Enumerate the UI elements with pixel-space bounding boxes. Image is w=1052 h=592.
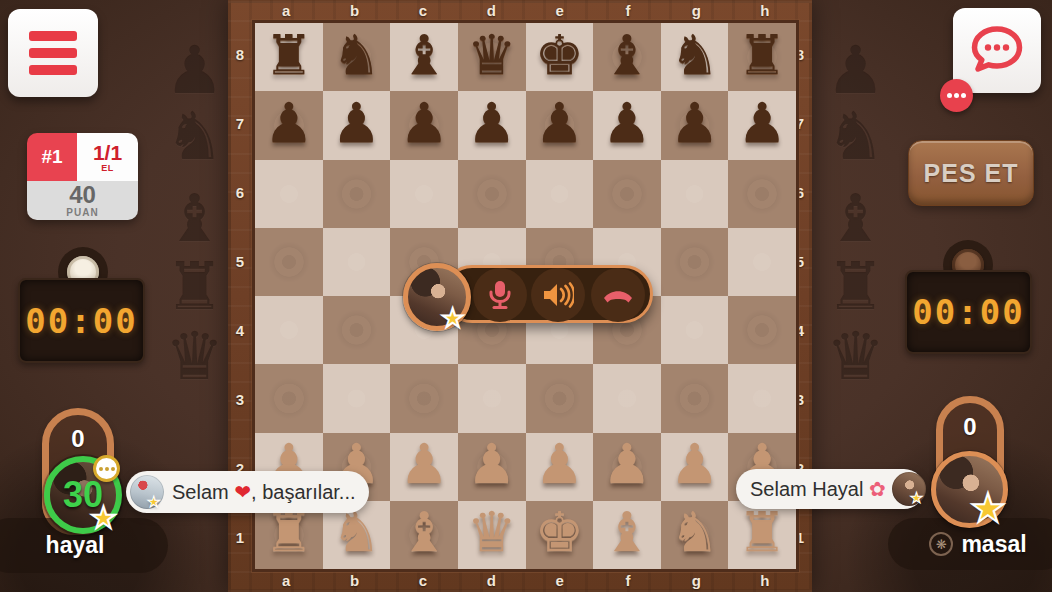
hamburger-icon [29,65,77,75]
mini-avatar: ★ [130,475,164,509]
square-g1[interactable]: ♞ [661,501,729,569]
black-king-piece[interactable]: ♚ [535,28,584,83]
rook-silhouette-icon: ♜ [826,254,885,320]
round-counter: 1/1 [93,142,122,163]
file-label: e [526,572,594,590]
ellipsis-icon [947,93,952,98]
square-a4[interactable] [255,296,323,364]
square-f3[interactable] [593,364,661,432]
chat-message: Selam Hayal ✿ [750,477,886,501]
file-label: g [662,2,730,20]
file-labels-bottom: abcdefgh [252,572,799,590]
bishop-silhouette-icon: ♝ [165,186,224,252]
points-unit: PUAN [66,207,98,218]
square-c6[interactable] [390,160,458,228]
square-g6[interactable] [661,160,729,228]
file-labels-top: abcdefgh [252,2,799,20]
square-g5[interactable] [661,228,729,296]
star-icon: ★ [441,305,464,331]
file-label: h [731,572,799,590]
file-label: b [320,2,388,20]
star-icon: ★ [910,491,923,506]
square-a7[interactable]: ♟ [255,91,323,159]
file-label: c [389,2,457,20]
black-pawn-piece[interactable]: ♟ [738,96,787,151]
square-d7[interactable]: ♟ [458,91,526,159]
left-player-name: hayal [46,532,105,559]
speaker-button[interactable] [531,268,585,322]
hang-up-button[interactable] [591,268,645,322]
square-c8[interactable]: ♝ [390,23,458,91]
rank-label: 1 [230,503,250,572]
right-player-name: masal [961,531,1026,558]
chat-button[interactable] [953,8,1041,93]
square-g4[interactable] [661,296,729,364]
file-label: e [526,2,594,20]
white-pawn-piece[interactable]: ♟ [670,437,719,492]
white-knight-piece[interactable]: ♞ [670,505,719,560]
square-c1[interactable]: ♝ [390,501,458,569]
black-knight-piece[interactable]: ♞ [670,28,719,83]
square-g3[interactable] [661,364,729,432]
square-g2[interactable]: ♟ [661,433,729,501]
square-e7[interactable]: ♟ [526,91,594,159]
square-f1[interactable]: ♝ [593,501,661,569]
speaker-icon [542,281,574,309]
black-pawn-piece[interactable]: ♟ [602,96,651,151]
hamburger-icon [29,48,77,58]
square-h1[interactable]: ♜ [728,501,796,569]
white-pawn-piece[interactable]: ♟ [399,437,448,492]
game-screen: ♟♞♝♜♛ ♟♞♝♜♛ abcdefgh abcdefgh 87654321 8… [0,0,1052,592]
bishop-silhouette-icon: ♝ [826,186,885,252]
black-pawn-piece[interactable]: ♟ [399,96,448,151]
square-d6[interactable] [458,160,526,228]
heart-emoji: ❤ [234,480,251,504]
square-b6[interactable] [323,160,391,228]
square-d3[interactable] [458,364,526,432]
square-d8[interactable]: ♛ [458,23,526,91]
square-b8[interactable]: ♞ [323,23,391,91]
white-pawn-piece[interactable]: ♟ [535,437,584,492]
square-b5[interactable] [323,228,391,296]
file-label: f [594,572,662,590]
black-bishop-piece[interactable]: ♝ [602,28,651,83]
black-rook-piece[interactable]: ♜ [738,28,787,83]
rook-silhouette-icon: ♜ [165,254,224,320]
square-h4[interactable] [728,296,796,364]
square-h7[interactable]: ♟ [728,91,796,159]
left-player-score: 0 [49,425,107,453]
white-queen-piece[interactable]: ♛ [467,505,516,560]
file-label: h [731,2,799,20]
file-label: c [389,572,457,590]
black-pawn-piece[interactable]: ♟ [535,96,584,151]
pawn-silhouette-icon: ♟ [826,38,885,104]
square-b3[interactable] [323,364,391,432]
square-a5[interactable] [255,228,323,296]
resign-button[interactable]: PES ET [908,140,1034,206]
microphone-icon [487,280,513,310]
black-clock: 00:00 [905,270,1032,354]
square-e8[interactable]: ♚ [526,23,594,91]
square-f2[interactable]: ♟ [593,433,661,501]
black-knight-piece[interactable]: ♞ [332,28,381,83]
square-g7[interactable]: ♟ [661,91,729,159]
chat-bubble-icon [970,25,1024,77]
right-player-score: 0 [943,413,997,441]
square-c3[interactable] [390,364,458,432]
square-c7[interactable]: ♟ [390,91,458,159]
hamburger-icon [29,31,77,41]
square-d1[interactable]: ♛ [458,501,526,569]
rank-label: 4 [230,296,250,365]
square-f8[interactable]: ♝ [593,23,661,91]
file-label: d [457,572,525,590]
square-e1[interactable]: ♚ [526,501,594,569]
square-a8[interactable]: ♜ [255,23,323,91]
square-e6[interactable] [526,160,594,228]
rank-label: 6 [230,158,250,227]
star-icon: ★ [147,495,160,510]
rank-label: 3 [230,365,250,434]
white-rook-piece[interactable]: ♜ [738,505,787,560]
file-label: b [320,572,388,590]
square-f7[interactable]: ♟ [593,91,661,159]
white-bishop-piece[interactable]: ♝ [399,505,448,560]
square-d2[interactable]: ♟ [458,433,526,501]
white-bishop-piece[interactable]: ♝ [602,505,651,560]
square-e2[interactable]: ♟ [526,433,594,501]
star-icon: ★ [970,488,1006,528]
queen-silhouette-icon: ♛ [165,324,224,390]
square-b4[interactable] [323,296,391,364]
knight-silhouette-icon: ♞ [826,104,885,170]
hang-up-icon [602,287,634,303]
knight-silhouette-icon: ♞ [165,104,224,170]
round-unit: EL [101,163,114,173]
file-label: d [457,2,525,20]
black-pawn-piece[interactable]: ♟ [670,96,719,151]
rank-label: 5 [230,227,250,296]
square-b7[interactable]: ♟ [323,91,391,159]
file-label: f [594,2,662,20]
black-clock-time: 00:00 [912,292,1024,332]
chat-message: Selam ❤, başarılar... [172,480,356,504]
flower-badge-icon: ❋ [929,532,953,556]
square-h3[interactable] [728,364,796,432]
square-e3[interactable] [526,364,594,432]
rank-label: 7 [230,89,250,158]
white-rook-piece[interactable]: ♜ [264,505,313,560]
rank-badge: #1 1/1 EL 40 PUAN [27,133,138,220]
square-a3[interactable] [255,364,323,432]
player-rank: #1 [27,133,77,181]
white-clock-time: 00:00 [25,301,137,341]
queen-silhouette-icon: ♛ [826,324,885,390]
square-c2[interactable]: ♟ [390,433,458,501]
black-pawn-piece[interactable]: ♟ [264,96,313,151]
white-clock: 00:00 [18,278,145,363]
square-h5[interactable] [728,228,796,296]
white-king-piece[interactable]: ♚ [535,505,584,560]
microphone-button[interactable] [473,268,527,322]
star-icon: ★ [90,503,117,533]
black-pawn-piece[interactable]: ♟ [467,96,516,151]
white-pawn-piece[interactable]: ♟ [602,437,651,492]
square-a6[interactable] [255,160,323,228]
chat-notification-icon[interactable] [93,455,120,482]
points-value: 40 [69,183,96,207]
square-h6[interactable] [728,160,796,228]
left-chat-bubble: ★ Selam ❤, başarılar... [126,471,369,513]
black-queen-piece[interactable]: ♛ [467,28,516,83]
mini-avatar: ★ [892,472,926,506]
menu-button[interactable] [8,9,98,97]
white-knight-piece[interactable]: ♞ [332,505,381,560]
right-chat-bubble: Selam Hayal ✿ ★ [736,469,924,509]
more-options-button[interactable] [940,79,973,112]
square-f6[interactable] [593,160,661,228]
square-h8[interactable]: ♜ [728,23,796,91]
rank-label: 8 [230,20,250,89]
file-label: g [662,572,730,590]
file-label: a [252,2,320,20]
square-g8[interactable]: ♞ [661,23,729,91]
file-label: a [252,572,320,590]
black-pawn-piece[interactable]: ♟ [332,96,381,151]
black-rook-piece[interactable]: ♜ [264,28,313,83]
black-bishop-piece[interactable]: ♝ [399,28,448,83]
white-pawn-piece[interactable]: ♟ [467,437,516,492]
pawn-silhouette-icon: ♟ [165,38,224,104]
flower-emoji: ✿ [869,477,886,501]
